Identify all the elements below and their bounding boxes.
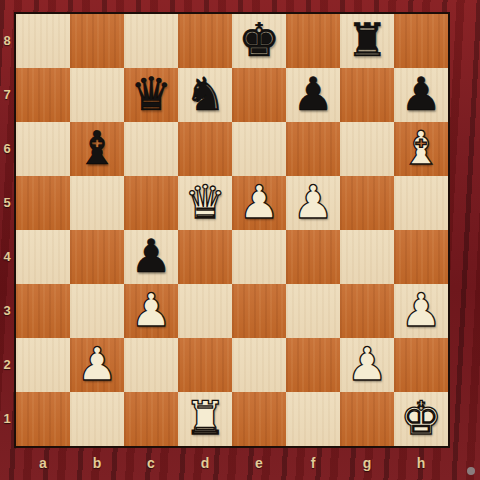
square-f5[interactable]: ♟	[286, 176, 340, 230]
piece-white-king[interactable]: ♚	[394, 392, 448, 446]
square-h3[interactable]: ♟	[394, 284, 448, 338]
square-b8[interactable]	[70, 14, 124, 68]
square-d3[interactable]	[178, 284, 232, 338]
piece-black-knight[interactable]: ♞	[178, 68, 232, 122]
square-h4[interactable]	[394, 230, 448, 284]
square-h1[interactable]: ♚	[394, 392, 448, 446]
square-g4[interactable]	[340, 230, 394, 284]
square-e5[interactable]: ♟	[232, 176, 286, 230]
rank-label-5: 5	[0, 176, 14, 230]
square-b6[interactable]: ♝	[70, 122, 124, 176]
piece-white-rook[interactable]: ♜	[178, 392, 232, 446]
square-a6[interactable]	[16, 122, 70, 176]
square-e7[interactable]	[232, 68, 286, 122]
piece-white-pawn[interactable]: ♟	[70, 338, 124, 392]
square-f2[interactable]	[286, 338, 340, 392]
square-f4[interactable]	[286, 230, 340, 284]
corner-dot	[467, 467, 475, 475]
square-b2[interactable]: ♟	[70, 338, 124, 392]
square-g7[interactable]	[340, 68, 394, 122]
file-label-g: g	[340, 450, 394, 480]
square-g3[interactable]	[340, 284, 394, 338]
square-c5[interactable]	[124, 176, 178, 230]
square-c1[interactable]	[124, 392, 178, 446]
square-h8[interactable]	[394, 14, 448, 68]
square-a1[interactable]	[16, 392, 70, 446]
square-h6[interactable]: ♝	[394, 122, 448, 176]
square-f8[interactable]	[286, 14, 340, 68]
square-c7[interactable]: ♛	[124, 68, 178, 122]
piece-black-pawn[interactable]: ♟	[124, 230, 178, 284]
square-e1[interactable]	[232, 392, 286, 446]
file-label-h: h	[394, 450, 448, 480]
square-g5[interactable]	[340, 176, 394, 230]
file-label-f: f	[286, 450, 340, 480]
rank-label-2: 2	[0, 338, 14, 392]
square-d6[interactable]	[178, 122, 232, 176]
square-f6[interactable]	[286, 122, 340, 176]
square-a8[interactable]	[16, 14, 70, 68]
piece-black-rook[interactable]: ♜	[340, 14, 394, 68]
square-g8[interactable]: ♜	[340, 14, 394, 68]
file-label-e: e	[232, 450, 286, 480]
piece-white-pawn[interactable]: ♟	[340, 338, 394, 392]
file-label-d: d	[178, 450, 232, 480]
square-f1[interactable]	[286, 392, 340, 446]
square-c2[interactable]	[124, 338, 178, 392]
square-g1[interactable]	[340, 392, 394, 446]
piece-white-pawn[interactable]: ♟	[286, 176, 340, 230]
piece-black-pawn[interactable]: ♟	[286, 68, 340, 122]
piece-black-king[interactable]: ♚	[232, 14, 286, 68]
piece-white-pawn[interactable]: ♟	[124, 284, 178, 338]
rank-label-3: 3	[0, 284, 14, 338]
file-label-c: c	[124, 450, 178, 480]
square-b4[interactable]	[70, 230, 124, 284]
square-e6[interactable]	[232, 122, 286, 176]
piece-white-pawn[interactable]: ♟	[394, 284, 448, 338]
piece-white-pawn[interactable]: ♟	[232, 176, 286, 230]
rank-label-6: 6	[0, 122, 14, 176]
square-g6[interactable]	[340, 122, 394, 176]
square-h2[interactable]	[394, 338, 448, 392]
square-a5[interactable]	[16, 176, 70, 230]
square-c3[interactable]: ♟	[124, 284, 178, 338]
chess-board: ♚♜♛♞♟♟♝♝♛♟♟♟♟♟♟♟♜♚	[14, 12, 450, 448]
square-e2[interactable]	[232, 338, 286, 392]
chess-board-frame: ♚♜♛♞♟♟♝♝♛♟♟♟♟♟♟♟♜♚ 87654321 abcdefgh	[0, 0, 480, 480]
square-c8[interactable]	[124, 14, 178, 68]
rank-label-4: 4	[0, 230, 14, 284]
square-b5[interactable]	[70, 176, 124, 230]
square-b7[interactable]	[70, 68, 124, 122]
square-e4[interactable]	[232, 230, 286, 284]
square-a3[interactable]	[16, 284, 70, 338]
square-f7[interactable]: ♟	[286, 68, 340, 122]
piece-white-bishop[interactable]: ♝	[394, 122, 448, 176]
square-d7[interactable]: ♞	[178, 68, 232, 122]
square-h5[interactable]	[394, 176, 448, 230]
square-d4[interactable]	[178, 230, 232, 284]
square-e8[interactable]: ♚	[232, 14, 286, 68]
piece-black-queen[interactable]: ♛	[124, 68, 178, 122]
square-f3[interactable]	[286, 284, 340, 338]
square-d8[interactable]	[178, 14, 232, 68]
file-label-a: a	[16, 450, 70, 480]
file-label-b: b	[70, 450, 124, 480]
square-a2[interactable]	[16, 338, 70, 392]
square-a7[interactable]	[16, 68, 70, 122]
square-d1[interactable]: ♜	[178, 392, 232, 446]
rank-label-7: 7	[0, 68, 14, 122]
square-a4[interactable]	[16, 230, 70, 284]
square-c6[interactable]	[124, 122, 178, 176]
square-c4[interactable]: ♟	[124, 230, 178, 284]
square-b1[interactable]	[70, 392, 124, 446]
square-b3[interactable]	[70, 284, 124, 338]
piece-black-pawn[interactable]: ♟	[394, 68, 448, 122]
square-h7[interactable]: ♟	[394, 68, 448, 122]
piece-black-bishop[interactable]: ♝	[70, 122, 124, 176]
rank-label-8: 8	[0, 14, 14, 68]
square-d5[interactable]: ♛	[178, 176, 232, 230]
square-d2[interactable]	[178, 338, 232, 392]
piece-white-queen[interactable]: ♛	[178, 176, 232, 230]
rank-label-1: 1	[0, 392, 14, 446]
square-g2[interactable]: ♟	[340, 338, 394, 392]
square-e3[interactable]	[232, 284, 286, 338]
